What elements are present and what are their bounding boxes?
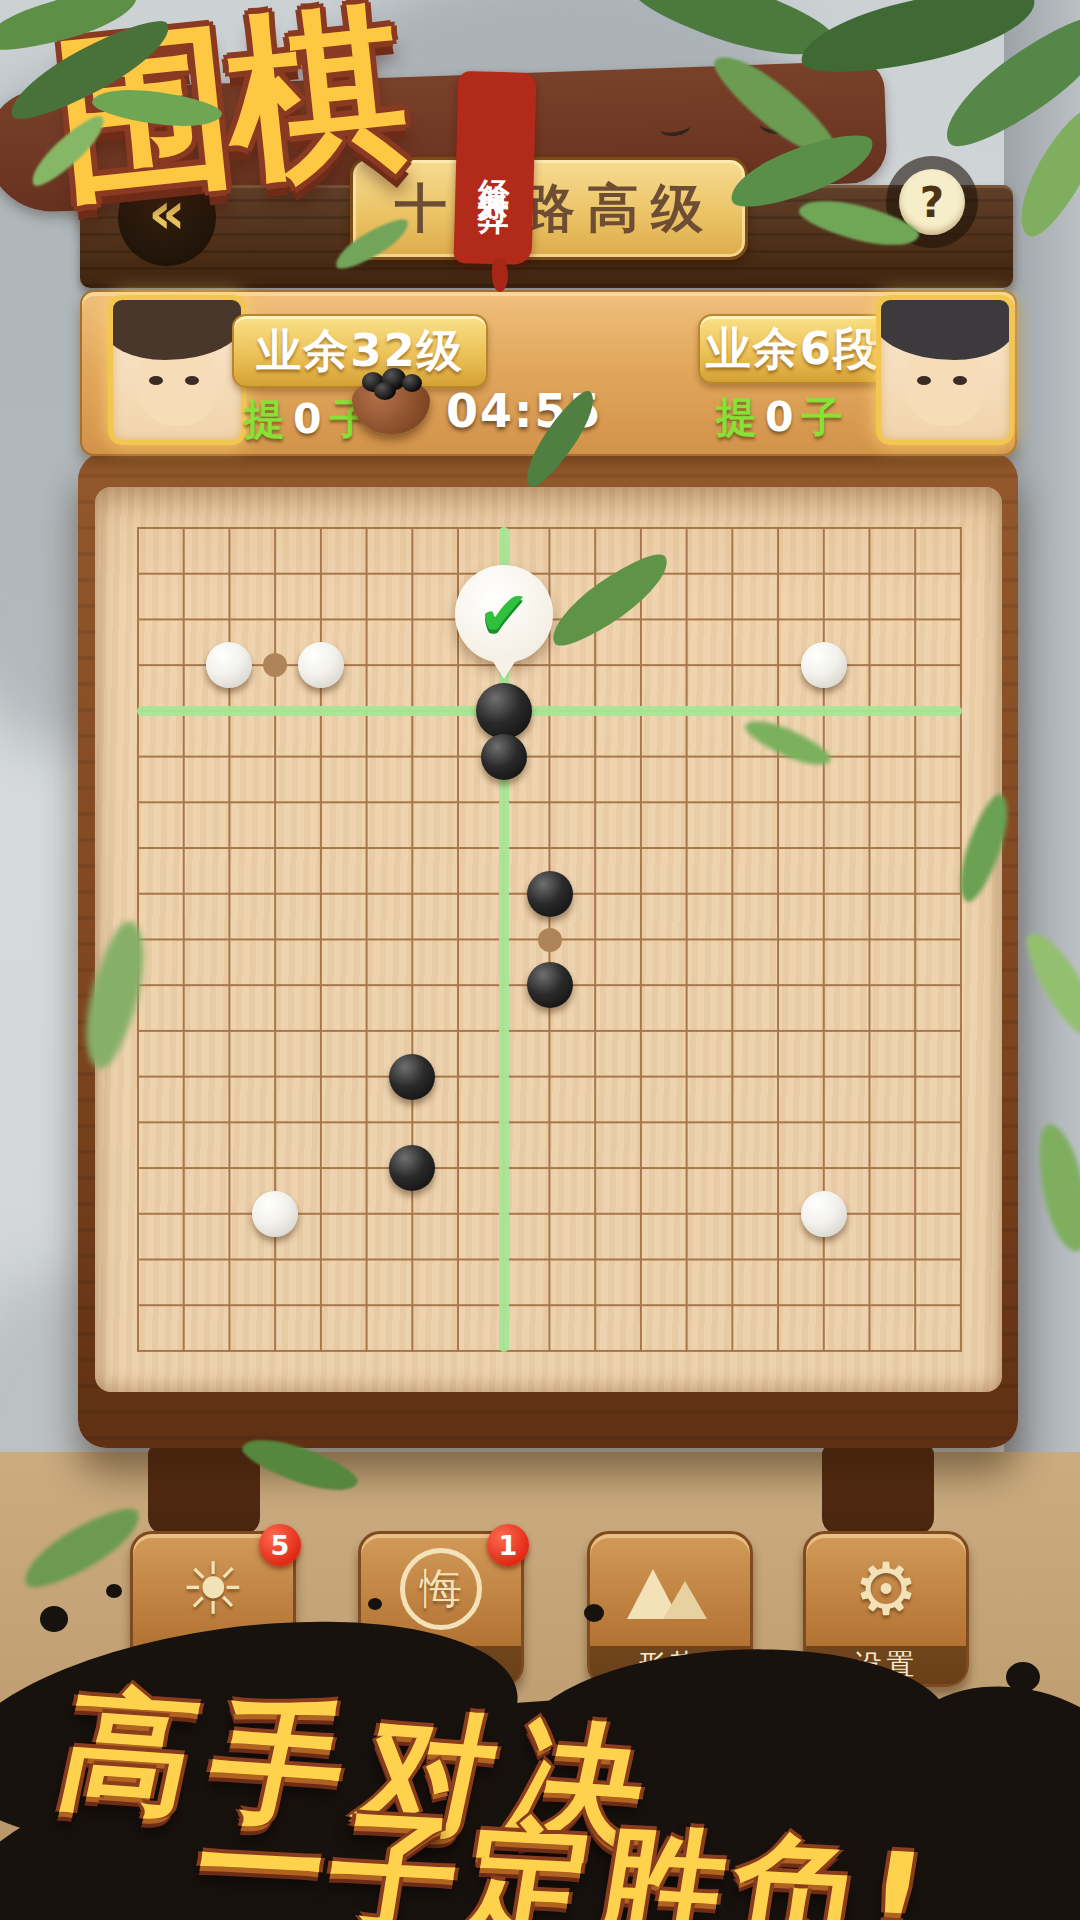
seal-drip — [492, 258, 508, 292]
gear-icon: ⚙ — [854, 1547, 919, 1631]
player-right-avatar[interactable] — [876, 295, 1014, 445]
level-title: 十九路高级 — [383, 174, 715, 244]
ink-spatter — [584, 1604, 604, 1622]
stone-bowl — [352, 366, 430, 434]
table-leg-right — [822, 1446, 934, 1534]
player-right-captures: 提0子 — [716, 390, 851, 445]
black-stone — [476, 683, 532, 739]
hint-badge: 5 — [259, 1524, 301, 1566]
undo-icon: 悔 — [400, 1548, 482, 1630]
white-stone — [298, 642, 344, 688]
ink-spatter — [1006, 1662, 1040, 1692]
table-leg-left — [148, 1446, 260, 1534]
go-game-screen: « 十九路高级 ? 围棋 经典对弈 业余32级 提0子 04:55 业余6段 提… — [0, 0, 1080, 1920]
ink-spatter — [40, 1606, 68, 1632]
ink-spatter — [106, 1584, 122, 1598]
white-stone — [801, 1191, 847, 1237]
analysis-icon — [625, 1559, 715, 1619]
level-plaque: 十九路高级 — [350, 157, 748, 260]
ink-spatter — [368, 1598, 382, 1610]
player-left-avatar[interactable] — [108, 295, 246, 445]
black-stone — [527, 871, 573, 917]
black-stone — [527, 962, 573, 1008]
hint-sun-icon: ☀ — [181, 1547, 246, 1631]
white-stone — [252, 1191, 298, 1237]
star-point-marker — [538, 928, 562, 952]
last-move-row-highlight — [137, 706, 962, 716]
confirm-check-icon[interactable]: ✔ — [455, 565, 553, 663]
white-stone — [801, 642, 847, 688]
player-right-rank-badge: 业余6段 — [698, 314, 888, 384]
move-confirm-bubble[interactable]: ✔ — [455, 565, 553, 685]
classic-seal: 经典对弈 — [454, 71, 537, 265]
black-stone — [389, 1054, 435, 1100]
undo-badge: 1 — [487, 1524, 529, 1566]
black-stone — [481, 734, 527, 780]
